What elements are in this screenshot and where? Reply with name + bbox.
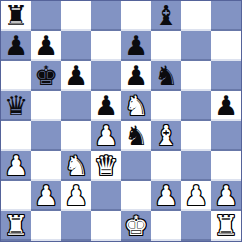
piece-black-queen-a5[interactable]: ♛ bbox=[4, 92, 28, 119]
piece-black-knight-f6[interactable]: ♞ bbox=[154, 62, 178, 89]
square-f6[interactable]: ♞ bbox=[151, 61, 181, 91]
square-e8[interactable] bbox=[121, 1, 151, 31]
square-d5[interactable]: ♟ bbox=[91, 91, 121, 121]
piece-white-pawn-h2[interactable]: ♟ bbox=[214, 182, 238, 209]
square-f4[interactable]: ♝ bbox=[151, 121, 181, 151]
square-d2[interactable] bbox=[91, 181, 121, 211]
square-a4[interactable] bbox=[1, 121, 31, 151]
square-b4[interactable] bbox=[31, 121, 61, 151]
piece-white-bishop-f4[interactable]: ♝ bbox=[154, 122, 178, 149]
square-d3[interactable]: ♛ bbox=[91, 151, 121, 181]
piece-black-pawn-e7[interactable]: ♟ bbox=[124, 32, 148, 59]
piece-white-pawn-b2[interactable]: ♟ bbox=[34, 182, 58, 209]
square-g8[interactable] bbox=[181, 1, 211, 31]
square-a1[interactable]: ♜ bbox=[1, 211, 31, 241]
square-b7[interactable]: ♟ bbox=[31, 31, 61, 61]
square-d8[interactable] bbox=[91, 1, 121, 31]
piece-black-pawn-h5[interactable]: ♟ bbox=[214, 92, 238, 119]
square-b3[interactable] bbox=[31, 151, 61, 181]
piece-white-rook-h1[interactable]: ♜ bbox=[214, 212, 238, 239]
piece-black-knight-e4[interactable]: ♞ bbox=[124, 122, 148, 149]
square-d7[interactable] bbox=[91, 31, 121, 61]
piece-white-king-e1[interactable]: ♚ bbox=[124, 212, 148, 239]
square-e6[interactable]: ♟ bbox=[121, 61, 151, 91]
square-f7[interactable] bbox=[151, 31, 181, 61]
square-h8[interactable] bbox=[211, 1, 241, 31]
square-h1[interactable]: ♜ bbox=[211, 211, 241, 241]
square-a3[interactable]: ♟ bbox=[1, 151, 31, 181]
square-f3[interactable] bbox=[151, 151, 181, 181]
piece-black-pawn-c6[interactable]: ♟ bbox=[64, 62, 88, 89]
square-g6[interactable] bbox=[181, 61, 211, 91]
piece-white-pawn-d4[interactable]: ♟ bbox=[94, 122, 118, 149]
square-f8[interactable]: ♝ bbox=[151, 1, 181, 31]
piece-black-pawn-d5[interactable]: ♟ bbox=[94, 92, 118, 119]
square-e3[interactable] bbox=[121, 151, 151, 181]
piece-white-knight-e5[interactable]: ♞ bbox=[124, 92, 148, 119]
piece-black-pawn-e6[interactable]: ♟ bbox=[124, 62, 148, 89]
square-b8[interactable] bbox=[31, 1, 61, 31]
square-a8[interactable]: ♜ bbox=[1, 1, 31, 31]
square-e5[interactable]: ♞ bbox=[121, 91, 151, 121]
square-c6[interactable]: ♟ bbox=[61, 61, 91, 91]
square-f2[interactable]: ♟ bbox=[151, 181, 181, 211]
square-a5[interactable]: ♛ bbox=[1, 91, 31, 121]
square-h2[interactable]: ♟ bbox=[211, 181, 241, 211]
square-b6[interactable]: ♚ bbox=[31, 61, 61, 91]
square-e4[interactable]: ♞ bbox=[121, 121, 151, 151]
square-e1[interactable]: ♚ bbox=[121, 211, 151, 241]
chess-board: ♜♝♟♟♟♚♟♟♞♛♟♞♟♟♞♝♟♞♛♟♟♟♟♟♜♚♜ bbox=[0, 0, 242, 242]
square-e2[interactable] bbox=[121, 181, 151, 211]
square-e7[interactable]: ♟ bbox=[121, 31, 151, 61]
piece-white-pawn-g2[interactable]: ♟ bbox=[184, 182, 208, 209]
square-a6[interactable] bbox=[1, 61, 31, 91]
square-f1[interactable] bbox=[151, 211, 181, 241]
piece-white-pawn-f2[interactable]: ♟ bbox=[154, 182, 178, 209]
square-c7[interactable] bbox=[61, 31, 91, 61]
square-h7[interactable] bbox=[211, 31, 241, 61]
square-a7[interactable]: ♟ bbox=[1, 31, 31, 61]
piece-black-rook-a8[interactable]: ♜ bbox=[4, 2, 28, 29]
square-a2[interactable] bbox=[1, 181, 31, 211]
piece-black-king-b6[interactable]: ♚ bbox=[34, 62, 58, 89]
piece-white-pawn-a3[interactable]: ♟ bbox=[4, 152, 28, 179]
square-d1[interactable] bbox=[91, 211, 121, 241]
piece-white-queen-d3[interactable]: ♛ bbox=[94, 152, 118, 179]
square-c2[interactable]: ♟ bbox=[61, 181, 91, 211]
piece-black-pawn-b7[interactable]: ♟ bbox=[34, 32, 58, 59]
square-g3[interactable] bbox=[181, 151, 211, 181]
piece-white-pawn-c2[interactable]: ♟ bbox=[64, 182, 88, 209]
square-b5[interactable] bbox=[31, 91, 61, 121]
square-d6[interactable] bbox=[91, 61, 121, 91]
square-h6[interactable] bbox=[211, 61, 241, 91]
piece-black-pawn-a7[interactable]: ♟ bbox=[4, 32, 28, 59]
square-c3[interactable]: ♞ bbox=[61, 151, 91, 181]
square-b1[interactable] bbox=[31, 211, 61, 241]
square-c5[interactable] bbox=[61, 91, 91, 121]
piece-white-rook-a1[interactable]: ♜ bbox=[4, 212, 28, 239]
square-c4[interactable] bbox=[61, 121, 91, 151]
square-g5[interactable] bbox=[181, 91, 211, 121]
piece-white-knight-c3[interactable]: ♞ bbox=[64, 152, 88, 179]
square-b2[interactable]: ♟ bbox=[31, 181, 61, 211]
square-h4[interactable] bbox=[211, 121, 241, 151]
square-g4[interactable] bbox=[181, 121, 211, 151]
square-g2[interactable]: ♟ bbox=[181, 181, 211, 211]
square-f5[interactable] bbox=[151, 91, 181, 121]
square-h5[interactable]: ♟ bbox=[211, 91, 241, 121]
square-c8[interactable] bbox=[61, 1, 91, 31]
square-g7[interactable] bbox=[181, 31, 211, 61]
square-c1[interactable] bbox=[61, 211, 91, 241]
piece-black-bishop-f8[interactable]: ♝ bbox=[154, 2, 178, 29]
square-g1[interactable] bbox=[181, 211, 211, 241]
square-d4[interactable]: ♟ bbox=[91, 121, 121, 151]
square-h3[interactable] bbox=[211, 151, 241, 181]
